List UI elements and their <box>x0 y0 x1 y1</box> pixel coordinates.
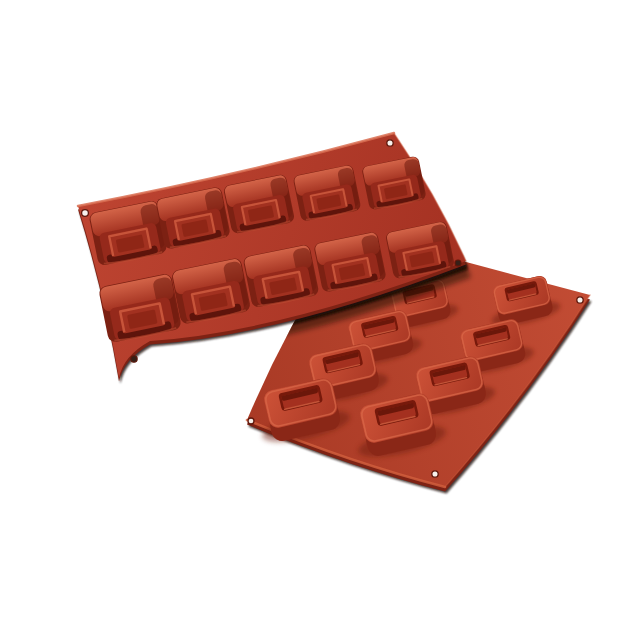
hanging-hole <box>387 140 393 146</box>
product-photo <box>0 0 640 640</box>
hanging-hole <box>455 260 461 266</box>
hanging-hole <box>432 471 438 477</box>
hanging-hole <box>131 356 137 362</box>
hanging-hole <box>82 210 89 217</box>
hanging-hole <box>248 418 254 424</box>
hanging-hole <box>577 297 583 303</box>
silicone-molds-illustration <box>0 0 640 640</box>
